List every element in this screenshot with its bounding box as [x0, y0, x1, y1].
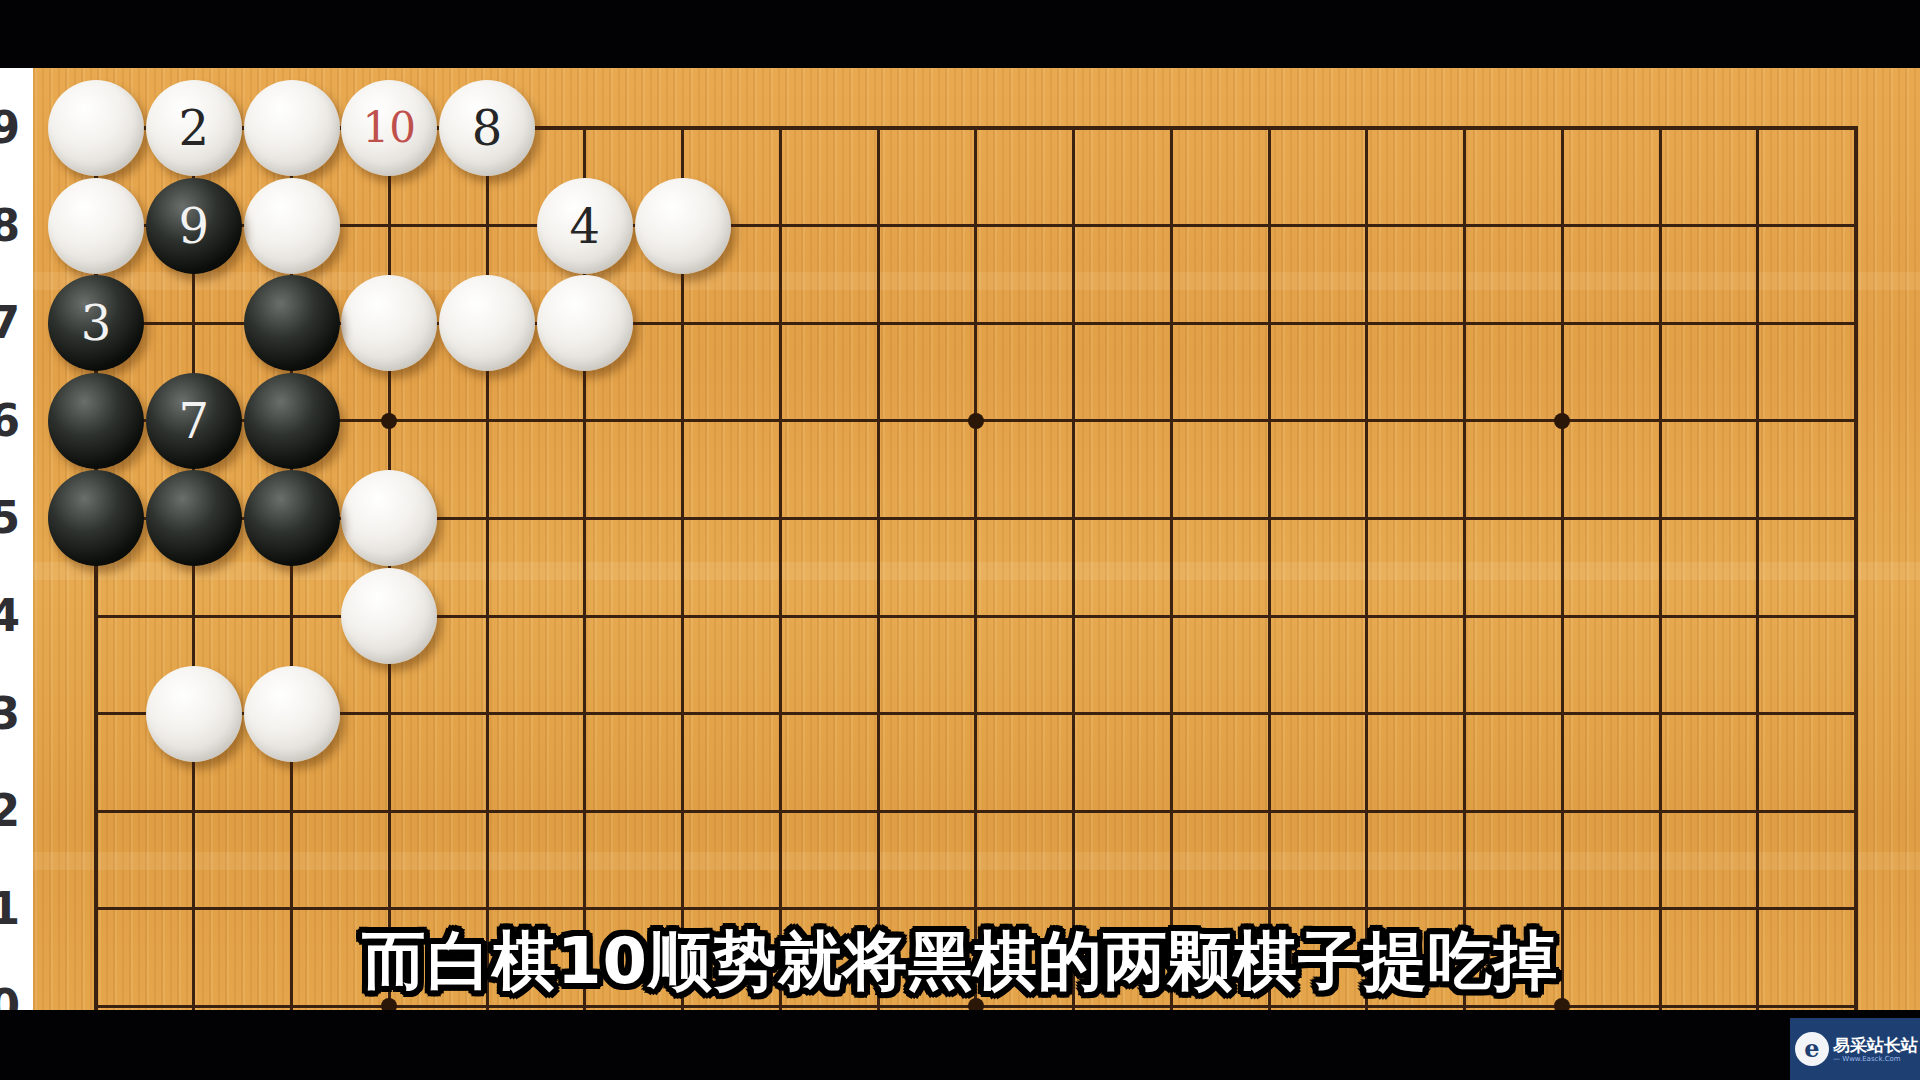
stone-black: 9	[146, 178, 242, 274]
stone-white	[439, 275, 535, 371]
grid-horizontal-line	[94, 224, 1858, 227]
stone-white	[244, 80, 340, 176]
row-coordinate-label: 19	[0, 105, 19, 151]
stone-white: 10	[341, 80, 437, 176]
stone-black	[244, 373, 340, 469]
watermark-site: — Www.Easck.Com	[1833, 1055, 1918, 1064]
stone-white	[537, 275, 633, 371]
grid-vertical-line	[1170, 126, 1173, 1010]
grid-horizontal-line	[94, 712, 1858, 715]
stone-black: 7	[146, 373, 242, 469]
grid-vertical-line	[1463, 126, 1466, 1010]
row-coordinate-label: 16	[0, 398, 19, 444]
star-point	[968, 413, 984, 429]
star-point	[1554, 413, 1570, 429]
grid-vertical-line	[1072, 126, 1075, 1010]
stone-black	[48, 373, 144, 469]
row-coordinate-label: 17	[0, 300, 19, 346]
watermark-title: 易采站长站	[1833, 1035, 1918, 1055]
watermark-logo-glyph: e	[1804, 1037, 1819, 1061]
move-number: 7	[178, 397, 209, 445]
grid-horizontal-line	[94, 907, 1858, 910]
watermark-logo-icon: e	[1795, 1032, 1829, 1066]
stone-black	[244, 470, 340, 566]
stone-black: 3	[48, 275, 144, 371]
move-number: 9	[178, 202, 209, 250]
stone-white	[48, 178, 144, 274]
watermark-text: 易采站长站 — Www.Easck.Com	[1833, 1035, 1918, 1064]
row-coordinate-label: 14	[0, 593, 19, 639]
caption-subtitle: 而白棋10顺势就将黑棋的两颗棋子提吃掉	[0, 918, 1920, 1005]
grid-vertical-line	[1854, 126, 1858, 1010]
grid-vertical-line	[877, 126, 880, 1010]
stone-white	[341, 568, 437, 664]
grid-vertical-line	[1659, 126, 1662, 1010]
stone-white	[635, 178, 731, 274]
grid-horizontal-line	[94, 810, 1858, 813]
stone-white	[244, 666, 340, 762]
grid-vertical-line	[486, 126, 489, 1010]
grid-vertical-line	[779, 126, 782, 1010]
stone-white	[146, 666, 242, 762]
grid-vertical-line	[1365, 126, 1368, 1010]
row-coordinate-label: 15	[0, 495, 19, 541]
stone-white	[341, 470, 437, 566]
stone-white: 8	[439, 80, 535, 176]
grid-vertical-line	[1756, 126, 1759, 1010]
move-number: 2	[178, 104, 209, 152]
grid-vertical-line	[974, 126, 977, 1010]
top-letterbox-bar	[0, 0, 1920, 68]
row-coordinate-label: 13	[0, 691, 19, 737]
grid-vertical-line	[1268, 126, 1271, 1010]
video-frame: 21084937 而白棋10顺势就将黑棋的两颗棋子提吃掉 e 易采站长站 — W…	[0, 0, 1920, 1080]
stone-white	[244, 178, 340, 274]
row-coordinate-label: 18	[0, 203, 19, 249]
stone-white: 4	[537, 178, 633, 274]
stone-black	[146, 470, 242, 566]
star-point	[381, 413, 397, 429]
watermark-badge: e 易采站长站 — Www.Easck.Com	[1790, 1018, 1920, 1080]
stone-white	[48, 80, 144, 176]
stone-white	[341, 275, 437, 371]
stone-black	[244, 275, 340, 371]
move-number: 8	[472, 104, 503, 152]
move-number: 4	[569, 202, 600, 250]
bottom-letterbox-bar	[0, 1010, 1920, 1080]
go-board: 21084937	[33, 68, 1920, 1010]
grid-vertical-line	[1561, 126, 1564, 1010]
row-coordinate-label: 12	[0, 788, 19, 834]
stone-white: 2	[146, 80, 242, 176]
move-number: 10	[363, 107, 416, 149]
stone-black	[48, 470, 144, 566]
move-number: 3	[81, 299, 112, 347]
